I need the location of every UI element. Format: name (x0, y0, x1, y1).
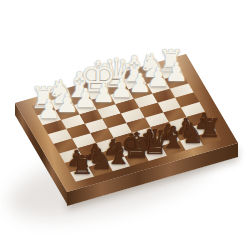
chess-set-photo: ♜♞♝♚♛♝♞♜♟♟♟♟♟♟♟♟♟♟♟♟♟♟♟♟♜♞♝♚♛♝♞♜ (0, 0, 250, 250)
